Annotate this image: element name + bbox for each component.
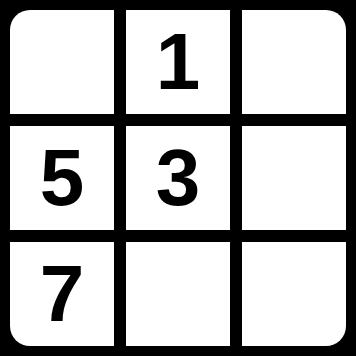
sudoku-screen: 1 5 3 7 bbox=[0, 0, 356, 356]
cell-r2c2[interactable]: 3 bbox=[126, 126, 230, 230]
cell-r1c1[interactable] bbox=[10, 10, 114, 114]
cell-r1c3[interactable] bbox=[242, 10, 346, 114]
cell-r1c2[interactable]: 1 bbox=[126, 10, 230, 114]
cell-r3c1[interactable]: 7 bbox=[10, 242, 114, 346]
sudoku-board: 1 5 3 7 bbox=[0, 0, 356, 356]
cell-r3c2[interactable] bbox=[126, 242, 230, 346]
cell-r2c3[interactable] bbox=[242, 126, 346, 230]
cell-r3c3[interactable] bbox=[242, 242, 346, 346]
cell-r2c1[interactable]: 5 bbox=[10, 126, 114, 230]
